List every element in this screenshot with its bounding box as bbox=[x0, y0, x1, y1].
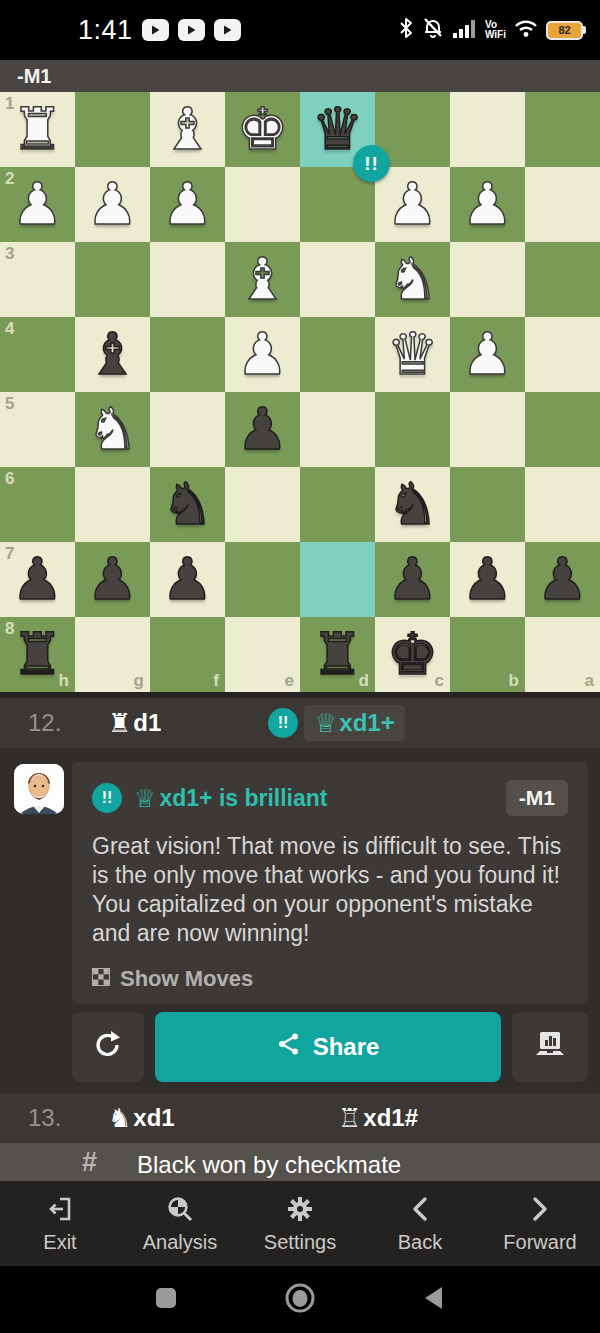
square-f1[interactable]: ♝ bbox=[150, 92, 225, 167]
black-queen-icon: ♕ bbox=[314, 708, 337, 738]
wifi-icon bbox=[513, 17, 539, 43]
battery-icon: 82 bbox=[546, 21, 586, 40]
white-pawn-piece: ♟ bbox=[450, 317, 525, 392]
square-f5[interactable] bbox=[150, 392, 225, 467]
square-h3[interactable]: 3 bbox=[0, 242, 75, 317]
square-g6[interactable] bbox=[75, 467, 150, 542]
white-pawn-piece: ♟ bbox=[375, 167, 450, 242]
black-pawn-piece: ♟ bbox=[525, 542, 600, 617]
retry-button[interactable] bbox=[72, 1012, 144, 1082]
square-d8[interactable]: d♜ bbox=[300, 617, 375, 692]
move-row-12[interactable]: 12. ♜ d1 !! ♕ xd1+ bbox=[0, 698, 600, 748]
white-rook-icon: ♜ bbox=[108, 708, 131, 738]
square-c8[interactable]: c♚ bbox=[375, 617, 450, 692]
black-pawn-piece: ♟ bbox=[0, 542, 75, 617]
settings-label: Settings bbox=[264, 1231, 336, 1254]
analysis-icon bbox=[165, 1194, 195, 1224]
forward-button[interactable]: Forward bbox=[480, 1181, 600, 1266]
square-g4[interactable]: ♝ bbox=[75, 317, 150, 392]
share-icon bbox=[277, 1032, 301, 1062]
chevron-right-icon bbox=[528, 1194, 552, 1224]
eval-score-badge: -M1 bbox=[506, 780, 568, 816]
square-f8[interactable]: f bbox=[150, 617, 225, 692]
rank-label: 7 bbox=[5, 544, 14, 564]
file-label: c bbox=[435, 671, 444, 691]
square-c4[interactable]: ♛ bbox=[375, 317, 450, 392]
android-nav-bar bbox=[0, 1266, 600, 1333]
square-a6[interactable] bbox=[525, 467, 600, 542]
file-label: e bbox=[285, 671, 294, 691]
square-g1[interactable] bbox=[75, 92, 150, 167]
media-notification-icon bbox=[214, 19, 241, 41]
move-number: 12. bbox=[28, 709, 83, 737]
square-c5[interactable] bbox=[375, 392, 450, 467]
square-a7[interactable]: ♟ bbox=[525, 542, 600, 617]
square-d6[interactable] bbox=[300, 467, 375, 542]
bluetooth-icon bbox=[398, 16, 414, 44]
file-label: h bbox=[59, 671, 69, 691]
square-e6[interactable] bbox=[225, 467, 300, 542]
square-h8[interactable]: 8h♜ bbox=[0, 617, 75, 692]
white-rook-piece: ♜ bbox=[0, 92, 75, 167]
white-move-text: xd1 bbox=[133, 1104, 174, 1132]
white-bishop-piece: ♝ bbox=[150, 92, 225, 167]
brilliant-move-badge: !! bbox=[353, 145, 390, 182]
game-result-row: # Black won by checkmate bbox=[0, 1143, 600, 1181]
square-d7[interactable] bbox=[300, 542, 375, 617]
brilliant-badge-icon: !! bbox=[92, 783, 122, 813]
media-notification-icon bbox=[178, 19, 205, 41]
chevron-left-icon bbox=[408, 1194, 432, 1224]
comment-title: ♕ xd1+ is brilliant bbox=[134, 784, 328, 813]
square-e2[interactable] bbox=[225, 167, 300, 242]
square-g3[interactable] bbox=[75, 242, 150, 317]
coach-avatar bbox=[14, 764, 64, 814]
computer-report-icon bbox=[533, 1030, 567, 1064]
file-label: a bbox=[585, 671, 594, 691]
square-g5[interactable]: ♞ bbox=[75, 392, 150, 467]
white-knight-piece: ♞ bbox=[75, 392, 150, 467]
rank-label: 4 bbox=[5, 319, 14, 339]
rank-label: 5 bbox=[5, 394, 14, 414]
square-f4[interactable] bbox=[150, 317, 225, 392]
retry-icon bbox=[91, 1028, 125, 1066]
vowifi-indicator: VoWiFi bbox=[485, 20, 506, 40]
settings-gear-icon bbox=[285, 1194, 315, 1224]
black-rook-piece: ♜ bbox=[0, 617, 75, 692]
black-move-12[interactable]: !! ♕ xd1+ bbox=[268, 705, 405, 741]
chess-board[interactable]: 1♜♝♚♛!!2♟♟♟♟♟3♝♞4♝♟♛♟5♞♟6♞♞7♟♟♟♟♟♟8h♜gfe… bbox=[0, 92, 600, 692]
black-pawn-piece: ♟ bbox=[375, 542, 450, 617]
show-moves-button[interactable]: Show Moves bbox=[92, 966, 568, 992]
signal-strength-icon bbox=[452, 17, 478, 43]
black-move-text: xd1+ bbox=[339, 709, 394, 737]
square-d3[interactable] bbox=[300, 242, 375, 317]
exit-label: Exit bbox=[43, 1231, 76, 1254]
black-knight-piece: ♞ bbox=[150, 467, 225, 542]
square-e5[interactable]: ♟ bbox=[225, 392, 300, 467]
square-g2[interactable]: ♟ bbox=[75, 167, 150, 242]
move-row-13[interactable]: 13. ♞ xd1 ♖ xd1# bbox=[0, 1093, 600, 1143]
square-c6[interactable]: ♞ bbox=[375, 467, 450, 542]
black-pawn-piece: ♟ bbox=[75, 542, 150, 617]
rank-label: 6 bbox=[5, 469, 14, 489]
white-move-13[interactable]: ♞ xd1 bbox=[108, 1103, 268, 1133]
white-pawn-piece: ♟ bbox=[150, 167, 225, 242]
black-queen-icon: ♕ bbox=[134, 784, 156, 813]
share-label: Share bbox=[313, 1033, 380, 1061]
black-rook-icon: ♖ bbox=[338, 1103, 361, 1133]
rank-label: 3 bbox=[5, 244, 14, 264]
white-queen-piece: ♛ bbox=[375, 317, 450, 392]
comment-card: !! ♕ xd1+ is brilliant -M1 Great vision!… bbox=[72, 762, 588, 1004]
result-text: Black won by checkmate bbox=[137, 1151, 401, 1179]
black-rook-piece: ♜ bbox=[300, 617, 375, 692]
back-label: Back bbox=[398, 1231, 442, 1254]
file-label: g bbox=[134, 671, 144, 691]
square-f3[interactable] bbox=[150, 242, 225, 317]
bell-muted-icon bbox=[421, 16, 445, 44]
white-bishop-piece: ♝ bbox=[225, 242, 300, 317]
square-e7[interactable] bbox=[225, 542, 300, 617]
square-b8[interactable]: b bbox=[450, 617, 525, 692]
square-b3[interactable] bbox=[450, 242, 525, 317]
move-number: 13. bbox=[28, 1104, 83, 1132]
square-f2[interactable]: ♟ bbox=[150, 167, 225, 242]
white-knight-icon: ♞ bbox=[108, 1103, 131, 1133]
square-d4[interactable] bbox=[300, 317, 375, 392]
show-moves-label: Show Moves bbox=[120, 966, 253, 992]
square-b4[interactable]: ♟ bbox=[450, 317, 525, 392]
square-h5[interactable]: 5 bbox=[0, 392, 75, 467]
square-a2[interactable] bbox=[525, 167, 600, 242]
square-g7[interactable]: ♟ bbox=[75, 542, 150, 617]
status-bar: 1:41 VoWiFi 82 bbox=[0, 0, 600, 60]
square-c2[interactable]: ♟ bbox=[375, 167, 450, 242]
eval-score: -M1 bbox=[17, 65, 51, 88]
square-b5[interactable] bbox=[450, 392, 525, 467]
square-a8[interactable]: a bbox=[525, 617, 600, 692]
selected-move-chip[interactable]: ♕ xd1+ bbox=[304, 705, 405, 741]
square-c3[interactable]: ♞ bbox=[375, 242, 450, 317]
analysis-comment-section: !! ♕ xd1+ is brilliant -M1 Great vision!… bbox=[0, 748, 600, 1093]
checkmate-symbol: # bbox=[82, 1147, 97, 1178]
eval-bar: -M1 bbox=[0, 60, 600, 92]
back-button[interactable]: Back bbox=[360, 1181, 480, 1266]
white-move-text: d1 bbox=[133, 709, 161, 737]
square-d5[interactable] bbox=[300, 392, 375, 467]
square-d1[interactable]: ♛!! bbox=[300, 92, 375, 167]
square-e8[interactable]: e bbox=[225, 617, 300, 692]
square-h2[interactable]: 2♟ bbox=[0, 167, 75, 242]
mini-board-icon bbox=[92, 966, 110, 992]
app-screen: 1:41 VoWiFi 82 -M1 1♜♝♚♛!!2♟♟♟♟♟3♝♞4♝♟♛♟… bbox=[0, 0, 600, 1333]
white-pawn-piece: ♟ bbox=[75, 167, 150, 242]
black-pawn-piece: ♟ bbox=[450, 542, 525, 617]
android-back-button[interactable] bbox=[422, 1285, 446, 1315]
file-label: b bbox=[509, 671, 519, 691]
black-bishop-piece: ♝ bbox=[75, 317, 150, 392]
clock-time: 1:41 bbox=[78, 15, 133, 46]
black-move-13[interactable]: ♖ xd1# bbox=[338, 1103, 418, 1133]
square-f6[interactable]: ♞ bbox=[150, 467, 225, 542]
white-pawn-piece: ♟ bbox=[0, 167, 75, 242]
analysis-label: Analysis bbox=[143, 1231, 217, 1254]
comment-body: Great vision! That move is difficult to … bbox=[92, 832, 568, 948]
rank-label: 2 bbox=[5, 169, 14, 189]
file-label: f bbox=[213, 671, 219, 691]
bottom-toolbar: Exit Analysis Settings Back Forward bbox=[0, 1181, 600, 1266]
square-e1[interactable]: ♚ bbox=[225, 92, 300, 167]
square-c7[interactable]: ♟ bbox=[375, 542, 450, 617]
black-king-piece: ♚ bbox=[375, 617, 450, 692]
square-h4[interactable]: 4 bbox=[0, 317, 75, 392]
battery-percent: 82 bbox=[546, 21, 583, 40]
recents-button[interactable] bbox=[154, 1286, 178, 1314]
square-a3[interactable] bbox=[525, 242, 600, 317]
forward-label: Forward bbox=[503, 1231, 576, 1254]
media-notification-icon bbox=[142, 19, 169, 41]
black-knight-piece: ♞ bbox=[375, 467, 450, 542]
rank-label: 1 bbox=[5, 94, 14, 114]
analysis-button[interactable]: Analysis bbox=[120, 1181, 240, 1266]
brilliant-badge-icon: !! bbox=[268, 708, 298, 738]
square-h6[interactable]: 6 bbox=[0, 467, 75, 542]
square-h1[interactable]: 1♜ bbox=[0, 92, 75, 167]
square-a5[interactable] bbox=[525, 392, 600, 467]
black-pawn-piece: ♟ bbox=[225, 392, 300, 467]
square-b6[interactable] bbox=[450, 467, 525, 542]
square-b1[interactable] bbox=[450, 92, 525, 167]
file-label: d bbox=[359, 671, 369, 691]
game-report-button[interactable] bbox=[512, 1012, 588, 1082]
square-b7[interactable]: ♟ bbox=[450, 542, 525, 617]
exit-button[interactable]: Exit bbox=[0, 1181, 120, 1266]
square-a4[interactable] bbox=[525, 317, 600, 392]
rank-label: 8 bbox=[5, 619, 14, 639]
white-knight-piece: ♞ bbox=[375, 242, 450, 317]
share-button[interactable]: Share bbox=[155, 1012, 501, 1082]
square-g8[interactable]: g bbox=[75, 617, 150, 692]
settings-button[interactable]: Settings bbox=[240, 1181, 360, 1266]
square-h7[interactable]: 7♟ bbox=[0, 542, 75, 617]
square-e3[interactable]: ♝ bbox=[225, 242, 300, 317]
white-pawn-piece: ♟ bbox=[450, 167, 525, 242]
exit-icon bbox=[46, 1194, 74, 1224]
square-f7[interactable]: ♟ bbox=[150, 542, 225, 617]
square-e4[interactable]: ♟ bbox=[225, 317, 300, 392]
black-pawn-piece: ♟ bbox=[150, 542, 225, 617]
black-move-text: xd1# bbox=[363, 1104, 418, 1132]
white-pawn-piece: ♟ bbox=[225, 317, 300, 392]
white-king-piece: ♚ bbox=[225, 92, 300, 167]
square-a1[interactable] bbox=[525, 92, 600, 167]
white-move-12[interactable]: ♜ d1 bbox=[108, 708, 268, 738]
home-button[interactable] bbox=[284, 1282, 316, 1318]
square-b2[interactable]: ♟ bbox=[450, 167, 525, 242]
